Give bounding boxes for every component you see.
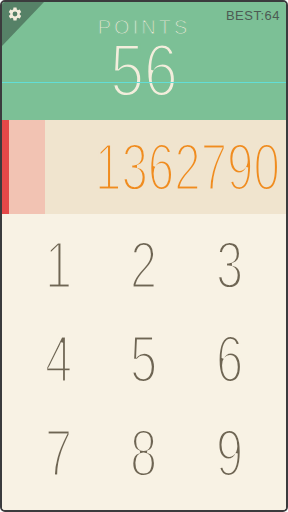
key-8[interactable]: 8: [112, 406, 175, 500]
timer-bar-track: [9, 120, 45, 214]
points-value: 56: [28, 30, 261, 110]
challenge-strip: 1362790: [2, 120, 286, 214]
key-2[interactable]: 2: [112, 218, 175, 312]
number-keypad: 1 2 3 4 5 6 7 8 9: [2, 214, 286, 510]
app-window: BEST:64 POINTS 56 1362790 1 2 3 4 5 6 7 …: [0, 0, 288, 512]
key-3[interactable]: 3: [198, 218, 261, 312]
points-header: BEST:64 POINTS 56: [2, 2, 286, 120]
challenge-number: 1362790: [95, 120, 280, 214]
key-1[interactable]: 1: [27, 218, 90, 312]
key-7[interactable]: 7: [27, 406, 90, 500]
key-4[interactable]: 4: [27, 312, 90, 406]
key-9[interactable]: 9: [198, 406, 261, 500]
timer-bar-fill: [2, 120, 9, 214]
divider-line: [2, 82, 286, 83]
key-5[interactable]: 5: [112, 312, 175, 406]
key-6[interactable]: 6: [198, 312, 261, 406]
